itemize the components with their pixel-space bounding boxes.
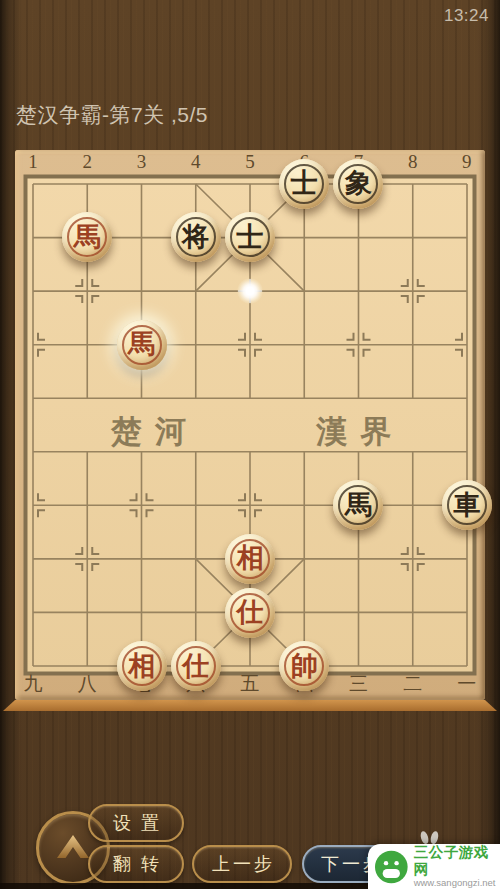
piece-red[interactable]: 帥 — [279, 641, 329, 691]
move-highlight — [235, 276, 265, 306]
piece-red[interactable]: 仕 — [225, 588, 275, 638]
piece-red[interactable]: 相 — [225, 534, 275, 584]
settings-button[interactable]: 设置 — [88, 804, 184, 842]
mascot-ear-icon — [419, 830, 429, 844]
previous-move-button[interactable]: 上一步 — [192, 845, 292, 883]
watermark-site-name: 三公子游戏网 — [414, 844, 500, 877]
xiangqi-board[interactable]: 楚河 漢界 123456789 九八七六五四三二一 士象馬将士馬馬車相仕相仕帥 — [15, 150, 485, 700]
app-screen: 13:24 楚汉争霸-第7关 ,5/5 — [0, 0, 500, 889]
status-time: 13:24 — [444, 6, 489, 26]
piece-black[interactable]: 士 — [225, 212, 275, 262]
flip-board-button[interactable]: 翻转 — [88, 845, 184, 883]
piece-black[interactable]: 士 — [279, 159, 329, 209]
watermark-badge[interactable]: 三公子游戏网 www.sangongzi.net — [368, 844, 500, 889]
piece-red[interactable]: 馬 — [62, 212, 112, 262]
piece-black[interactable]: 将 — [171, 212, 221, 262]
piece-black[interactable]: 馬 — [333, 480, 383, 530]
piece-red[interactable]: 相 — [117, 641, 167, 691]
board-front-bevel — [3, 700, 497, 711]
watermark-site-url: www.sangongzi.net — [414, 878, 500, 889]
page-title: 楚汉争霸-第7关 ,5/5 — [16, 101, 208, 129]
pieces-grid: 士象馬将士馬馬車相仕相仕帥 — [6, 157, 494, 693]
robot-logo-icon — [375, 850, 408, 884]
piece-red[interactable]: 仕 — [171, 641, 221, 691]
piece-black[interactable]: 車 — [442, 480, 492, 530]
mascot-ear-icon — [430, 830, 440, 844]
piece-black[interactable]: 象 — [333, 159, 383, 209]
piece-red[interactable]: 馬 — [117, 320, 167, 370]
